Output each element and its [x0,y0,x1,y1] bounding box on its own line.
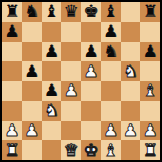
square-g4[interactable] [121,81,141,101]
piece-white-pawn[interactable]: ♟ [123,121,138,138]
square-c2[interactable] [42,121,62,141]
piece-white-pawn[interactable]: ♟ [103,121,118,138]
piece-white-rook[interactable]: ♜ [143,141,158,158]
piece-black-pawn[interactable]: ♟ [44,82,59,99]
piece-white-pawn[interactable]: ♟ [64,82,79,99]
square-d1[interactable]: ♛ [61,140,81,160]
square-h8[interactable]: ♜ [140,2,160,22]
square-b3[interactable] [22,101,42,121]
square-g3[interactable] [121,101,141,121]
square-e5[interactable]: ♟ [81,61,101,81]
piece-black-pawn[interactable]: ♟ [44,42,59,59]
square-f3[interactable] [101,101,121,121]
square-e7[interactable] [81,22,101,42]
square-b5[interactable]: ♟ [22,61,42,81]
square-c6[interactable]: ♟ [42,42,62,62]
piece-black-bishop[interactable]: ♝ [44,3,59,20]
square-g7[interactable] [121,22,141,42]
piece-black-pawn[interactable]: ♟ [103,23,118,40]
square-b4[interactable] [22,81,42,101]
piece-white-pawn[interactable]: ♟ [4,121,19,138]
piece-white-pawn[interactable]: ♟ [83,62,98,79]
square-c4[interactable]: ♟ [42,81,62,101]
square-d5[interactable] [61,61,81,81]
square-b1[interactable] [22,140,42,160]
square-e8[interactable]: ♚ [81,2,101,22]
piece-black-knight[interactable]: ♞ [24,3,39,20]
square-b8[interactable]: ♞ [22,2,42,22]
square-b2[interactable]: ♟ [22,121,42,141]
square-c7[interactable] [42,22,62,42]
square-a5[interactable] [2,61,22,81]
square-a2[interactable]: ♟ [2,121,22,141]
square-h2[interactable]: ♟ [140,121,160,141]
square-c3[interactable]: ♞ [42,101,62,121]
square-h3[interactable] [140,101,160,121]
square-a6[interactable] [2,42,22,62]
square-e1[interactable]: ♚ [81,140,101,160]
piece-black-pawn[interactable]: ♟ [4,23,19,40]
piece-black-rook[interactable]: ♜ [4,3,19,20]
square-g2[interactable]: ♟ [121,121,141,141]
square-f2[interactable]: ♟ [101,121,121,141]
chess-board-frame: ♜♞♝♛♚♝♜♟♟♟♟♞♟♟♟♞♟♟♝♞♟♟♟♟♟♜♛♚♝♜ [0,0,162,162]
square-e3[interactable] [81,101,101,121]
square-h4[interactable]: ♝ [140,81,160,101]
square-c5[interactable] [42,61,62,81]
piece-black-pawn[interactable]: ♟ [24,62,39,79]
square-a3[interactable] [2,101,22,121]
square-f4[interactable] [101,81,121,101]
square-d8[interactable]: ♛ [61,2,81,22]
piece-white-king[interactable]: ♚ [83,141,98,158]
square-d7[interactable] [61,22,81,42]
piece-white-bishop[interactable]: ♝ [143,82,158,99]
square-f1[interactable]: ♝ [101,140,121,160]
square-g6[interactable] [121,42,141,62]
square-e2[interactable] [81,121,101,141]
square-a7[interactable]: ♟ [2,22,22,42]
piece-white-pawn[interactable]: ♟ [24,121,39,138]
piece-white-pawn[interactable]: ♟ [143,121,158,138]
square-c1[interactable] [42,140,62,160]
square-d3[interactable] [61,101,81,121]
piece-black-pawn[interactable]: ♟ [143,42,158,59]
square-a8[interactable]: ♜ [2,2,22,22]
piece-black-pawn[interactable]: ♟ [83,42,98,59]
piece-black-knight[interactable]: ♞ [103,42,118,59]
square-d4[interactable]: ♟ [61,81,81,101]
square-f5[interactable] [101,61,121,81]
square-h7[interactable] [140,22,160,42]
chess-board: ♜♞♝♛♚♝♜♟♟♟♟♞♟♟♟♞♟♟♝♞♟♟♟♟♟♜♛♚♝♜ [2,2,160,160]
piece-white-knight[interactable]: ♞ [44,102,59,119]
piece-black-king[interactable]: ♚ [83,3,98,20]
square-e4[interactable] [81,81,101,101]
square-b7[interactable] [22,22,42,42]
piece-white-knight[interactable]: ♞ [123,62,138,79]
square-h6[interactable]: ♟ [140,42,160,62]
square-g1[interactable] [121,140,141,160]
square-e6[interactable]: ♟ [81,42,101,62]
piece-white-bishop[interactable]: ♝ [103,141,118,158]
piece-black-queen[interactable]: ♛ [64,3,79,20]
square-f7[interactable]: ♟ [101,22,121,42]
piece-black-rook[interactable]: ♜ [143,3,158,20]
square-a4[interactable] [2,81,22,101]
square-h1[interactable]: ♜ [140,140,160,160]
square-d2[interactable] [61,121,81,141]
square-b6[interactable] [22,42,42,62]
square-c8[interactable]: ♝ [42,2,62,22]
square-a1[interactable]: ♜ [2,140,22,160]
square-f8[interactable]: ♝ [101,2,121,22]
piece-white-rook[interactable]: ♜ [4,141,19,158]
square-d6[interactable] [61,42,81,62]
square-g5[interactable]: ♞ [121,61,141,81]
piece-white-queen[interactable]: ♛ [64,141,79,158]
square-g8[interactable] [121,2,141,22]
piece-black-bishop[interactable]: ♝ [103,3,118,20]
square-h5[interactable] [140,61,160,81]
square-f6[interactable]: ♞ [101,42,121,62]
